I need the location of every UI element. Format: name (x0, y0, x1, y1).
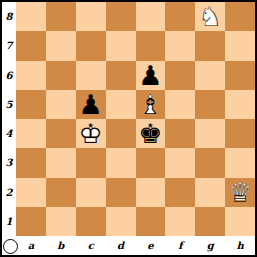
square-d6[interactable] (106, 61, 136, 90)
square-c3[interactable] (76, 148, 106, 177)
file-label-d: d (106, 236, 136, 255)
square-b8[interactable] (46, 2, 76, 31)
square-b3[interactable] (46, 148, 76, 177)
square-e8[interactable] (136, 2, 166, 31)
square-c4[interactable]: ♔ (76, 119, 106, 148)
square-g1[interactable] (195, 207, 225, 236)
square-h2[interactable]: ♕ (225, 178, 255, 207)
square-b4[interactable] (46, 119, 76, 148)
square-d4[interactable] (106, 119, 136, 148)
square-e6[interactable]: ♟ (136, 61, 166, 90)
square-c6[interactable] (76, 61, 106, 90)
square-f2[interactable] (165, 178, 195, 207)
black-pawn[interactable]: ♟ (79, 91, 103, 118)
square-e1[interactable] (136, 207, 166, 236)
rank-label-8: 8 (2, 2, 16, 31)
rank-label-4: 4 (2, 119, 16, 148)
square-g5[interactable] (195, 90, 225, 119)
rank-label-3: 3 (2, 148, 16, 177)
square-c1[interactable] (76, 207, 106, 236)
square-f6[interactable] (165, 61, 195, 90)
square-f4[interactable] (165, 119, 195, 148)
square-a5[interactable] (16, 90, 46, 119)
square-f8[interactable] (165, 2, 195, 31)
square-a2[interactable] (16, 178, 46, 207)
square-a6[interactable] (16, 61, 46, 90)
square-f7[interactable] (165, 31, 195, 60)
square-h8[interactable] (225, 2, 255, 31)
square-e3[interactable] (136, 148, 166, 177)
file-label-b: b (46, 236, 76, 255)
square-c8[interactable] (76, 2, 106, 31)
square-h7[interactable] (225, 31, 255, 60)
square-h1[interactable] (225, 207, 255, 236)
square-e7[interactable] (136, 31, 166, 60)
white-bishop[interactable]: ♗ (138, 91, 162, 118)
square-b2[interactable] (46, 178, 76, 207)
rank-label-6: 6 (2, 61, 16, 90)
square-g2[interactable] (195, 178, 225, 207)
square-f3[interactable] (165, 148, 195, 177)
chess-diagram: 8♘76♟5♟♗4♔♚32♕1abcdefgh (0, 0, 257, 257)
square-d8[interactable] (106, 2, 136, 31)
square-d3[interactable] (106, 148, 136, 177)
square-g6[interactable] (195, 61, 225, 90)
square-c7[interactable] (76, 31, 106, 60)
square-a4[interactable] (16, 119, 46, 148)
square-h5[interactable] (225, 90, 255, 119)
black-king[interactable]: ♚ (138, 120, 162, 147)
file-label-g: g (195, 236, 225, 255)
square-d5[interactable] (106, 90, 136, 119)
square-d1[interactable] (106, 207, 136, 236)
square-a1[interactable] (16, 207, 46, 236)
file-label-h: h (225, 236, 255, 255)
square-a8[interactable] (16, 2, 46, 31)
square-f1[interactable] (165, 207, 195, 236)
square-d7[interactable] (106, 31, 136, 60)
file-label-e: e (136, 236, 166, 255)
rank-label-5: 5 (2, 90, 16, 119)
square-b7[interactable] (46, 31, 76, 60)
white-queen[interactable]: ♕ (228, 179, 252, 206)
square-e2[interactable] (136, 178, 166, 207)
square-f5[interactable] (165, 90, 195, 119)
file-label-c: c (76, 236, 106, 255)
square-b1[interactable] (46, 207, 76, 236)
square-a3[interactable] (16, 148, 46, 177)
square-d2[interactable] (106, 178, 136, 207)
square-g8[interactable]: ♘ (195, 2, 225, 31)
side-to-move-indicator (3, 239, 18, 254)
square-b5[interactable] (46, 90, 76, 119)
square-g7[interactable] (195, 31, 225, 60)
square-e5[interactable]: ♗ (136, 90, 166, 119)
rank-label-2: 2 (2, 178, 16, 207)
square-b6[interactable] (46, 61, 76, 90)
rank-label-7: 7 (2, 31, 16, 60)
file-label-f: f (165, 236, 195, 255)
square-h4[interactable] (225, 119, 255, 148)
file-label-a: a (16, 236, 46, 255)
square-e4[interactable]: ♚ (136, 119, 166, 148)
white-knight[interactable]: ♘ (198, 3, 222, 30)
square-c5[interactable]: ♟ (76, 90, 106, 119)
white-king[interactable]: ♔ (79, 120, 103, 147)
square-c2[interactable] (76, 178, 106, 207)
square-g4[interactable] (195, 119, 225, 148)
square-a7[interactable] (16, 31, 46, 60)
black-pawn[interactable]: ♟ (138, 62, 162, 89)
square-h3[interactable] (225, 148, 255, 177)
square-h6[interactable] (225, 61, 255, 90)
square-g3[interactable] (195, 148, 225, 177)
rank-label-1: 1 (2, 207, 16, 236)
